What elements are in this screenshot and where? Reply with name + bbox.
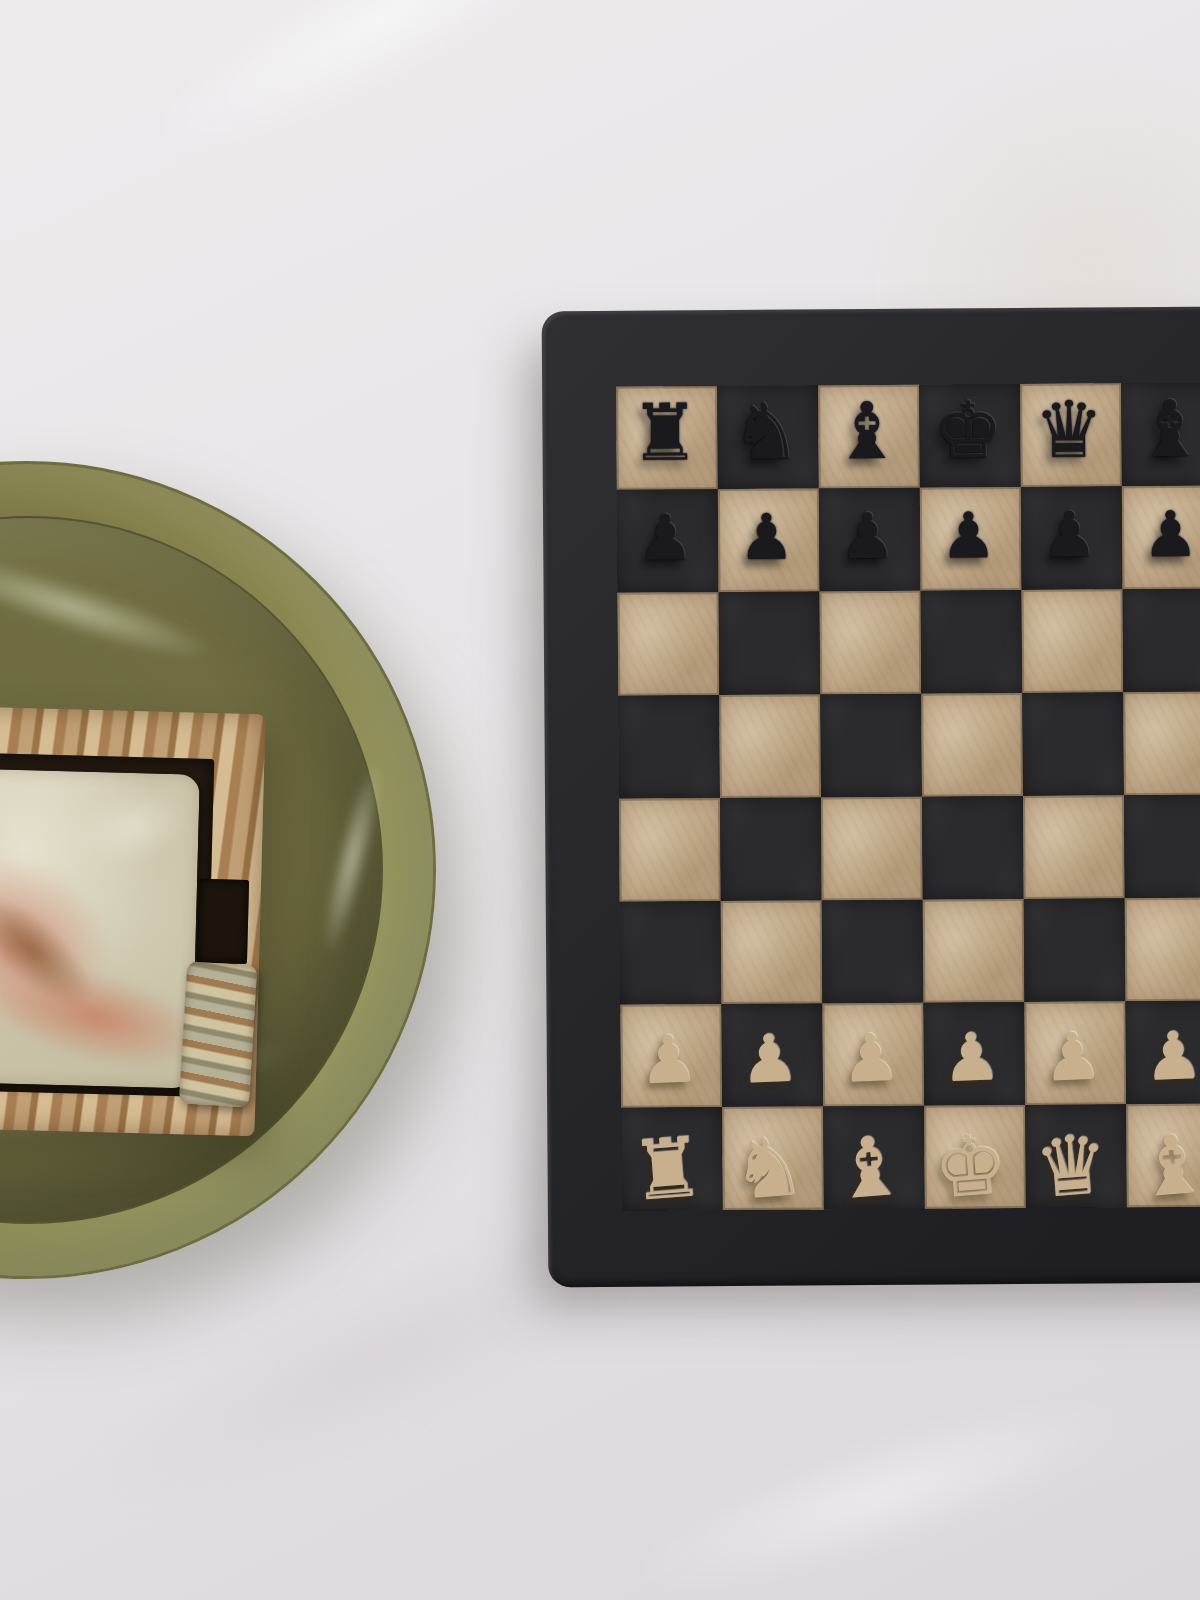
piece-white-knight-g1: ♞ [728,1125,808,1212]
square-h6 [618,592,720,696]
box-handle [179,961,258,1107]
square-c7: ♟ [1122,486,1200,590]
piece-white-queen-d1: ♛ [1031,1122,1111,1209]
piece-white-pawn-c2: ♟ [1142,1022,1200,1090]
piece-white-pawn-f2: ♟ [839,1024,901,1092]
square-c5 [1123,692,1200,796]
square-h7: ♟ [617,489,719,593]
square-g2: ♟ [721,1003,823,1107]
square-d6 [1022,589,1124,693]
square-f1: ♝ [823,1106,925,1210]
square-g1: ♞ [722,1106,824,1210]
square-c4 [1124,795,1200,899]
square-f4 [821,797,923,901]
lid-cream-swirl [63,777,198,878]
piece-black-bishop-f8: ♝ [832,391,902,469]
square-c8: ♝ [1121,383,1200,487]
square-e2: ♟ [923,1002,1025,1106]
square-f6 [820,591,922,695]
piece-black-knight-g8: ♞ [731,392,801,470]
square-g3 [721,900,823,1004]
piece-black-pawn-c7: ♟ [1142,503,1199,566]
piece-black-pawn-g7: ♟ [738,506,795,569]
square-h8: ♜ [616,386,718,490]
square-f7: ♟ [819,488,921,592]
square-e6 [921,590,1023,694]
piece-white-king-e1: ♚ [930,1123,1010,1210]
square-e3 [923,899,1025,1003]
piece-white-pawn-d2: ♟ [1041,1023,1103,1091]
piece-white-rook-h1: ♜ [627,1125,707,1212]
square-c6 [1123,589,1200,693]
square-c2: ♟ [1125,1001,1200,1105]
square-e5 [921,693,1023,797]
onyx-box [0,706,265,1137]
piece-white-bishop-c1: ♝ [1132,1122,1200,1209]
marble-vein [122,0,637,195]
square-g7: ♟ [718,488,820,592]
square-h3 [620,901,722,1005]
piece-black-bishop-c8: ♝ [1135,389,1200,467]
marble-vein [616,1362,1145,1600]
square-c3 [1125,898,1200,1002]
box-lid [0,768,200,1088]
piece-black-king-e8: ♚ [933,391,1003,469]
piece-black-queen-d8: ♛ [1034,390,1104,468]
square-e8: ♚ [919,384,1021,488]
square-h2: ♟ [620,1004,722,1108]
square-g4 [720,797,822,901]
lid-brown-vein [0,878,108,1022]
square-d5 [1022,692,1124,796]
square-g6 [719,591,821,695]
piece-white-pawn-h2: ♟ [637,1026,699,1094]
piece-white-pawn-e2: ♟ [940,1024,1002,1092]
tabletop: ♜♞♝♚♛♝♞♜♟♟♟♟♟♟♟♟♟♟♟♟♟♟♟♟♜♞♝♚♛♝♞♜ [0,0,1200,1600]
square-f3 [822,900,924,1004]
square-d7: ♟ [1021,486,1123,590]
square-h4 [619,798,721,902]
piece-black-pawn-h7: ♟ [637,506,694,569]
square-g8: ♞ [717,385,819,489]
chess-board: ♜♞♝♚♛♝♞♜♟♟♟♟♟♟♟♟♟♟♟♟♟♟♟♟♜♞♝♚♛♝♞♜ [542,305,1200,1288]
board-grid: ♜♞♝♚♛♝♞♜♟♟♟♟♟♟♟♟♟♟♟♟♟♟♟♟♜♞♝♚♛♝♞♜ [616,381,1200,1211]
piece-black-pawn-f7: ♟ [839,505,896,568]
square-h1: ♜ [621,1107,723,1211]
square-f5 [820,694,922,798]
square-h5 [618,695,720,799]
square-e7: ♟ [920,487,1022,591]
piece-white-pawn-g2: ♟ [738,1025,800,1093]
box-handle-slot [197,879,249,964]
square-e4 [922,796,1024,900]
lid-pink-vein [0,819,148,1071]
square-d2: ♟ [1024,1001,1126,1105]
square-d3 [1024,898,1126,1002]
square-f8: ♝ [818,385,920,489]
lid-pink-vein [0,948,200,1087]
square-d1: ♛ [1025,1104,1127,1208]
square-d4 [1023,795,1125,899]
piece-black-pawn-e7: ♟ [940,504,997,567]
square-g5 [719,694,821,798]
square-e1: ♚ [924,1105,1026,1209]
piece-black-pawn-d7: ♟ [1041,503,1098,566]
square-f2: ♟ [822,1003,924,1107]
piece-black-rook-h8: ♜ [630,393,700,471]
piece-white-bishop-f1: ♝ [829,1124,909,1211]
square-d8: ♛ [1020,383,1122,487]
square-c1: ♝ [1126,1104,1200,1208]
